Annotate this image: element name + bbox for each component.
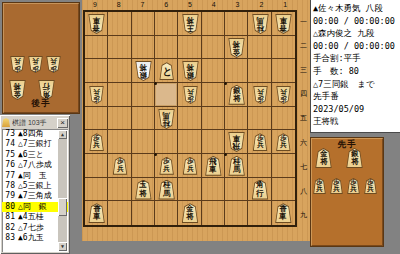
move-number: 80	[3, 202, 15, 212]
scroll-up-icon[interactable]: ▲	[58, 130, 67, 139]
move-list-scrollbar[interactable]: ▲ ▼	[58, 130, 67, 251]
info-line-7: △7三同銀 まで	[313, 78, 400, 91]
file-label-7: 7	[131, 0, 155, 10]
move-text: ▲6九玉	[18, 233, 44, 243]
move-list-window: 棋譜 103手 × 73▲8四角74△7三銀打75▲6三と76△7八歩成77▲同…	[0, 115, 70, 254]
move-text: ▲同 玉	[18, 171, 47, 181]
move-text: ▲4五桂	[18, 212, 44, 222]
square-38	[225, 178, 248, 202]
gote-tray-label: 後手	[3, 98, 79, 110]
move-text: △7三銀打	[18, 139, 52, 149]
square-85	[108, 107, 131, 131]
square-72	[132, 36, 155, 60]
info-line-9: 2023/05/09	[313, 103, 400, 116]
move-text: △7八歩成	[18, 160, 52, 170]
square-49	[202, 201, 225, 225]
square-17	[272, 154, 295, 178]
square-55	[178, 107, 201, 131]
file-label-4: 4	[202, 0, 226, 10]
rank-label-3: 三	[297, 58, 310, 82]
square-23	[248, 59, 271, 83]
piece-gold-gote: 金将	[9, 80, 26, 100]
piece-gold-sente: 金将	[315, 148, 332, 168]
square-31	[225, 12, 248, 36]
rank-label-1: 一	[297, 10, 310, 34]
piece-bishop-gote: 角行	[38, 80, 55, 100]
square-66	[155, 130, 178, 154]
square-43	[202, 59, 225, 83]
kifu-viewer-screen: 歩兵歩兵歩兵 金将角行 後手 987654321 一二三四五六七八九 香車王将桂…	[0, 0, 400, 254]
info-line-8: 先手番	[313, 90, 400, 103]
move-number: 83	[3, 233, 15, 243]
rank-label-6: 六	[297, 131, 310, 155]
move-text: △同 銀	[18, 202, 47, 212]
square-79	[132, 201, 155, 225]
info-line-2: 00:00 / 00:00:00	[313, 15, 400, 28]
piece-silver-sente: 銀将	[346, 148, 363, 168]
square-42	[202, 36, 225, 60]
sente-captured-tray: 先手 金将銀将 歩兵歩兵歩兵歩兵	[310, 137, 384, 247]
close-icon[interactable]: ×	[57, 118, 68, 128]
square-74	[132, 83, 155, 107]
move-text: △5三銀上	[18, 181, 52, 191]
square-81	[108, 12, 131, 36]
file-label-8: 8	[107, 0, 131, 10]
piece-pawn-sente: 歩兵	[347, 178, 360, 194]
square-97	[85, 154, 108, 178]
square-77	[132, 154, 155, 178]
file-label-5: 5	[178, 0, 202, 10]
square-48	[202, 178, 225, 202]
square-89	[108, 201, 131, 225]
piece-pawn-gote: 歩兵	[28, 56, 43, 73]
star-point	[224, 82, 227, 85]
square-15	[272, 107, 295, 131]
square-98	[85, 178, 108, 202]
square-93	[85, 59, 108, 83]
piece-pawn-sente: 歩兵	[313, 178, 326, 194]
square-86	[108, 130, 131, 154]
move-list: 73▲8四角74△7三銀打75▲6三と76△7八歩成77▲同 玉78△5三銀上7…	[2, 129, 68, 252]
square-41	[202, 12, 225, 36]
square-33	[225, 59, 248, 83]
move-number: 76	[3, 160, 15, 170]
square-29	[248, 201, 271, 225]
square-13	[272, 59, 295, 83]
piece-pawn-gote: 歩兵	[10, 56, 25, 73]
move-text: ▲6三と	[18, 150, 44, 160]
square-58	[178, 178, 201, 202]
scrollbar-thumb[interactable]	[58, 198, 67, 216]
square-45	[202, 107, 225, 131]
rank-label-8: 八	[297, 179, 310, 203]
file-label-6: 6	[154, 0, 178, 10]
info-line-3: △森内俊之 九段	[313, 27, 400, 40]
file-label-9: 9	[83, 0, 107, 10]
move-list-title: 棋譜 103手	[12, 118, 57, 128]
square-39	[225, 201, 248, 225]
square-88	[108, 178, 131, 202]
scroll-down-icon[interactable]: ▼	[58, 242, 67, 251]
file-label-3: 3	[226, 0, 250, 10]
star-point	[224, 153, 227, 156]
square-35	[225, 107, 248, 131]
rank-labels: 一二三四五六七八九	[297, 10, 310, 227]
rank-label-7: 七	[297, 155, 310, 179]
piece-pawn-sente: 歩兵	[364, 178, 377, 194]
piece-pawn-sente: 歩兵	[330, 178, 343, 194]
info-line-4: 00:00 / 00:00:00	[313, 40, 400, 53]
info-line-5: 手合割:平手	[313, 52, 400, 65]
rank-label-9: 九	[297, 203, 310, 227]
file-labels: 987654321	[83, 0, 297, 10]
move-number: 73	[3, 129, 15, 139]
info-line-6: 手 数: 80	[313, 65, 400, 78]
game-info-panel: ▲佐々木勇気 八段00:00 / 00:00:00△森内俊之 九段00:00 /…	[310, 0, 400, 133]
rank-label-4: 四	[297, 82, 310, 106]
square-64	[155, 83, 178, 107]
square-22	[248, 36, 271, 60]
move-number: 81	[3, 212, 15, 222]
shogi-piece-icon	[2, 118, 10, 127]
square-84	[108, 83, 131, 107]
file-label-2: 2	[249, 0, 273, 10]
star-point	[154, 82, 157, 85]
square-83	[108, 59, 131, 83]
file-label-1: 1	[273, 0, 297, 10]
square-95	[85, 107, 108, 131]
square-69	[155, 201, 178, 225]
info-line-10: 王将戦	[313, 115, 400, 128]
move-number: 75	[3, 150, 15, 160]
square-25	[248, 107, 271, 131]
star-point	[154, 153, 157, 156]
move-number: 79	[3, 191, 15, 201]
gote-captured-tray: 歩兵歩兵歩兵 金将角行 後手	[2, 2, 80, 114]
move-text: ▲7三角成	[18, 191, 52, 201]
info-line-1: ▲佐々木勇気 八段	[313, 2, 400, 15]
square-71	[132, 12, 155, 36]
move-text: △7七歩	[18, 223, 44, 233]
shogi-board: 987654321 一二三四五六七八九 香車王将桂馬香車金将銀将と銀将歩兵歩兵銀…	[82, 0, 310, 241]
square-12	[272, 36, 295, 60]
piece-pawn-gote: 歩兵	[46, 56, 61, 73]
move-number: 78	[3, 181, 15, 191]
square-46	[202, 130, 225, 154]
square-61	[155, 12, 178, 36]
rank-label-5: 五	[297, 106, 310, 130]
square-75	[132, 107, 155, 131]
rank-label-2: 二	[297, 34, 310, 58]
move-number: 74	[3, 139, 15, 149]
square-18	[272, 178, 295, 202]
square-27	[248, 154, 271, 178]
square-92	[85, 36, 108, 60]
square-76	[132, 130, 155, 154]
move-number: 77	[3, 171, 15, 181]
move-list-titlebar[interactable]: 棋譜 103手 ×	[2, 117, 68, 128]
square-52	[178, 36, 201, 60]
square-56	[178, 130, 201, 154]
square-82	[108, 36, 131, 60]
move-text: ▲8四角	[18, 129, 44, 139]
square-44	[202, 83, 225, 107]
square-62	[155, 36, 178, 60]
move-number: 82	[3, 223, 15, 233]
